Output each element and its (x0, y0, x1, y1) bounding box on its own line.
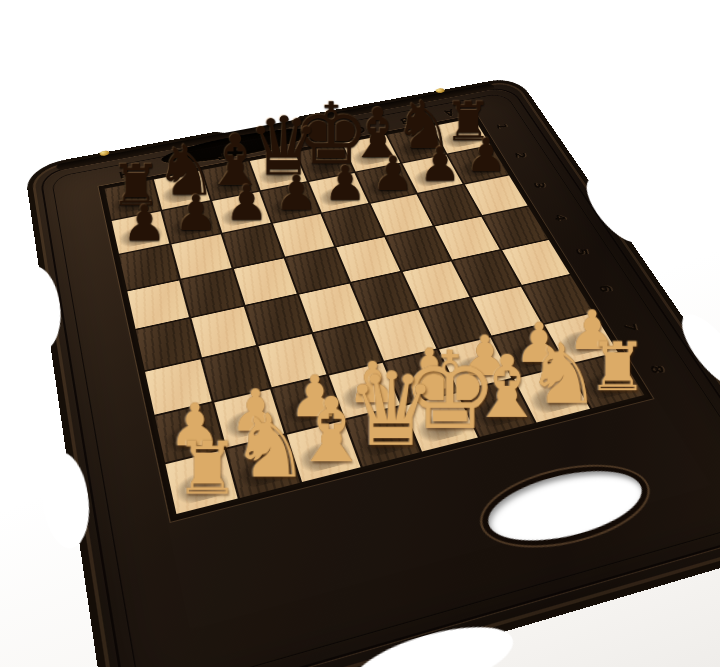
rank-label: 2 (495, 147, 546, 162)
photo-scene: HGFEDCBA 12345678 ♜♞♝♛♚♝♞♜♟♟♟♟♟♟♟♟♟♟♟♟♟♟… (0, 0, 720, 667)
rank-label: 6 (576, 278, 635, 298)
case-scallop (575, 174, 657, 247)
white-knight[interactable]: ♞ (230, 405, 309, 489)
black-pawn[interactable]: ♟ (122, 200, 166, 247)
handle-cutout (477, 458, 656, 555)
square-a1[interactable]: ♜ (165, 450, 237, 514)
black-pawn[interactable]: ♟ (224, 180, 268, 226)
case-scallop (10, 262, 67, 356)
case-scallop (37, 447, 95, 553)
rank-label: 5 (554, 243, 611, 262)
case-scallop (344, 613, 524, 667)
square-c4[interactable] (246, 295, 311, 345)
chess-case: HGFEDCBA 12345678 ♜♞♝♛♚♝♞♜♟♟♟♟♟♟♟♟♟♟♟♟♟♟… (24, 76, 720, 667)
square-a4[interactable] (136, 319, 200, 371)
rank-label: 3 (513, 177, 566, 193)
square-b6[interactable] (171, 234, 231, 278)
black-pawn[interactable]: ♟ (323, 161, 366, 206)
square-f4[interactable] (403, 261, 470, 308)
square-a5[interactable] (127, 280, 189, 328)
rank-label: 4 (533, 209, 588, 226)
black-pawn[interactable]: ♟ (174, 190, 218, 237)
rank-label: 1 (477, 119, 527, 134)
black-pawn[interactable]: ♟ (419, 143, 461, 187)
black-pawn[interactable]: ♟ (371, 152, 413, 197)
square-d4[interactable] (299, 284, 365, 333)
white-rook[interactable]: ♜ (174, 435, 239, 504)
board-grid: ♜♞♝♛♚♝♞♜♟♟♟♟♟♟♟♟♟♟♟♟♟♟♟♟♜♞♝♛♚♝♞♜ (105, 118, 645, 514)
black-pawn[interactable]: ♟ (274, 171, 317, 217)
board-frame: ♜♞♝♛♚♝♞♜♟♟♟♟♟♟♟♟♟♟♟♟♟♟♟♟♜♞♝♛♚♝♞♜ (102, 116, 649, 518)
